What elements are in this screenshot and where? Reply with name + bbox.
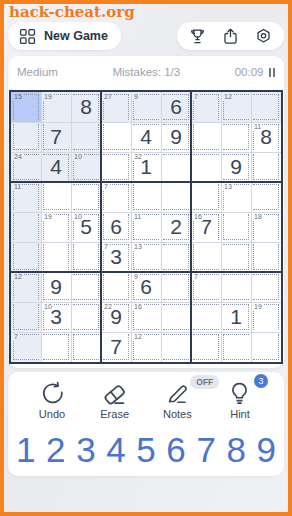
cell-r5c4[interactable]: 13 [131,242,161,272]
cell-r6c6[interactable]: 7 [191,272,221,302]
cage-sum: 7 [13,332,19,341]
cell-value: 7 [101,332,131,362]
cell-r2c5[interactable] [161,152,191,182]
cell-r8c0[interactable]: 7 [11,332,41,362]
undo-icon [39,380,66,407]
cell-r8c6[interactable] [191,332,221,362]
cell-r3c6[interactable] [191,182,221,212]
cell-r8c5[interactable] [161,332,191,362]
cell-r1c1[interactable]: 7 [41,122,71,152]
cell-value: 4 [131,122,161,152]
cell-r4c3[interactable]: 6 [101,212,131,242]
cell-r3c0[interactable]: 11 [11,182,41,212]
cell-r2c4[interactable]: 321 [131,152,161,182]
cell-r8c4[interactable]: 12 [131,332,161,362]
cage-sum: 9 [133,92,139,101]
timer: 00:09 [235,66,264,78]
numpad-5[interactable]: 5 [136,428,155,472]
cell-r0c6[interactable]: 7 [191,92,221,122]
cage-sum: 13 [223,182,233,191]
cell-r6c4[interactable]: 96 [131,272,161,302]
erase-label: Erase [100,408,129,420]
cell-r6c7[interactable] [221,272,251,302]
cell-r4c5[interactable]: 2 [161,212,191,242]
numpad-4[interactable]: 4 [106,428,125,472]
app-screen: hack-cheat.org New Game [0,0,292,516]
cell-r4c0[interactable] [11,212,41,242]
undo-label: Undo [39,408,65,420]
sudoku-board[interactable]: 1519827967127491182441032191171319105611… [9,90,283,364]
cage-sum: 11 [133,212,142,221]
cell-value: 8 [71,92,101,122]
share-icon[interactable] [221,27,240,46]
cell-r5c1[interactable] [41,242,71,272]
cell-r8c7[interactable] [221,332,251,362]
cage-sum: 13 [133,242,143,251]
cell-r7c0[interactable] [11,302,41,332]
cell-r0c7[interactable]: 12 [221,92,251,122]
cell-r6c1[interactable]: 9 [41,272,71,302]
cell-value: 6 [101,212,131,242]
cell-value: 2 [161,212,191,242]
cell-r2c2[interactable]: 10 [71,152,101,182]
cell-r0c8[interactable] [251,92,281,122]
cage-sum: 12 [133,332,143,341]
board-card: Medium Mistakes: 1/3 00:09 1519827967127… [8,56,284,368]
cell-r3c7[interactable]: 13 [221,182,251,212]
cage-sum: 11 [253,122,262,131]
cell-r8c1[interactable] [41,332,71,362]
numpad-9[interactable]: 9 [257,428,276,472]
difficulty-label: Medium [17,66,58,78]
cage-sum: 24 [13,152,23,161]
cell-r8c2[interactable] [71,332,101,362]
cell-r5c7[interactable] [221,242,251,272]
cage-sum: 9 [133,272,139,281]
cell-r1c0[interactable] [11,122,41,152]
cage-sum: 16 [193,212,203,221]
cell-r6c8[interactable] [251,272,281,302]
cage-sum: 12 [13,272,23,281]
cell-r5c3[interactable]: 73 [101,242,131,272]
status-bar: Medium Mistakes: 1/3 00:09 [8,56,284,88]
numpad: 123456789 [8,428,284,472]
cell-r1c2[interactable] [71,122,101,152]
pause-button[interactable] [269,68,276,77]
cell-r7c3[interactable]: 229 [101,302,131,332]
cell-r1c7[interactable] [221,122,251,152]
notes-pencil-icon [164,380,191,407]
cell-value: 1 [221,302,251,332]
cage-sum: 10 [73,152,83,161]
trophy-icon[interactable] [188,27,207,46]
hint-count-badge: 3 [254,374,268,388]
cage-sum: 18 [253,212,263,221]
cell-value: 4 [41,152,71,182]
cell-value: 6 [161,92,191,122]
cell-value: 9 [161,122,191,152]
cell-r4c4[interactable]: 11 [131,212,161,242]
cell-r5c5[interactable] [161,242,191,272]
cell-r7c1[interactable]: 103 [41,302,71,332]
cage-sum: 19 [43,212,53,221]
cage-sum: 7 [193,272,199,281]
cell-r3c5[interactable] [161,182,191,212]
cell-r6c0[interactable]: 12 [11,272,41,302]
cage-sum: 32 [133,152,143,161]
cell-r1c8[interactable]: 118 [251,122,281,152]
cell-r5c2[interactable] [71,242,101,272]
notes-button[interactable]: OFF Notes [149,377,205,429]
cell-r7c2[interactable] [71,302,101,332]
hint-label: Hint [230,408,250,420]
cell-r6c2[interactable] [71,272,101,302]
cell-r0c3[interactable]: 27 [101,92,131,122]
mistakes-counter: Mistakes: 1/3 [112,66,180,78]
settings-gear-icon[interactable] [254,27,273,46]
cell-r7c5[interactable] [161,302,191,332]
numpad-2[interactable]: 2 [46,428,65,472]
cell-r4c2[interactable]: 105 [71,212,101,242]
cage-sum: 22 [103,302,113,311]
cell-r5c6[interactable] [191,242,221,272]
undo-button[interactable]: Undo [24,377,80,429]
cage-sum: 27 [103,92,113,101]
cage-sum: 11 [13,182,22,191]
numpad-8[interactable]: 8 [226,428,245,472]
cell-r2c7[interactable]: 9 [221,152,251,182]
cage-sum: 7 [103,182,109,191]
cell-r6c3[interactable] [101,272,131,302]
numpad-7[interactable]: 7 [196,428,215,472]
cell-r1c4[interactable]: 4 [131,122,161,152]
cell-r4c7[interactable] [221,212,251,242]
cell-r2c6[interactable] [191,152,221,182]
cell-r3c1[interactable] [41,182,71,212]
cell-value: 9 [221,152,251,182]
cell-r2c3[interactable] [101,152,131,182]
cell-r0c1[interactable]: 19 [41,92,71,122]
cell-r5c0[interactable] [11,242,41,272]
new-game-label: New Game [44,29,108,43]
cell-value: 9 [41,272,71,302]
new-game-grid-icon [18,27,37,46]
cell-r2c8[interactable] [251,152,281,182]
numpad-1[interactable]: 1 [16,428,35,472]
hint-bulb-icon [226,380,253,407]
cell-r1c3[interactable] [101,122,131,152]
cell-r4c1[interactable]: 19 [41,212,71,242]
cell-r7c7[interactable]: 1 [221,302,251,332]
cell-r3c3[interactable]: 7 [101,182,131,212]
cell-r0c0[interactable]: 15 [11,92,41,122]
cage-sum: 16 [133,302,143,311]
cage-sum: 15 [13,92,23,101]
toolbar: Undo Erase OFF Notes [8,377,284,429]
cage-sum: 19 [253,302,263,311]
cell-r7c8[interactable]: 19 [251,302,281,332]
erase-icon [101,380,128,407]
cell-r1c5[interactable]: 9 [161,122,191,152]
cell-r7c6[interactable] [191,302,221,332]
cell-r6c5[interactable] [161,272,191,302]
cell-r7c4[interactable]: 16 [131,302,161,332]
cell-r3c4[interactable] [131,182,161,212]
cell-r3c8[interactable] [251,182,281,212]
cell-r0c4[interactable]: 9 [131,92,161,122]
cell-r0c2[interactable]: 8 [71,92,101,122]
cell-r1c6[interactable] [191,122,221,152]
cage-sum: 19 [43,92,53,101]
new-game-button[interactable]: New Game [8,22,121,50]
tools-card: Undo Erase OFF Notes [8,372,284,476]
cage-sum: 7 [193,92,199,101]
cage-sum: 12 [223,92,233,101]
cell-r3c2[interactable] [71,182,101,212]
cage-sum: 10 [73,212,83,221]
notes-label: Notes [163,408,192,420]
cell-value: 7 [41,122,71,152]
cell-r4c6[interactable]: 167 [191,212,221,242]
cell-r5c8[interactable] [251,242,281,272]
hint-button[interactable]: 3 Hint [212,377,268,429]
cell-r2c0[interactable]: 24 [11,152,41,182]
cell-r2c1[interactable]: 4 [41,152,71,182]
cell-r8c3[interactable]: 7 [101,332,131,362]
watermark: hack-cheat.org [9,3,135,21]
cell-r4c8[interactable]: 18 [251,212,281,242]
cage-sum: 10 [43,302,53,311]
erase-button[interactable]: Erase [87,377,143,429]
numpad-6[interactable]: 6 [166,428,185,472]
cell-r0c5[interactable]: 6 [161,92,191,122]
cell-r8c8[interactable] [251,332,281,362]
header-actions [177,22,284,50]
numpad-3[interactable]: 3 [76,428,95,472]
cage-sum: 7 [103,242,109,251]
